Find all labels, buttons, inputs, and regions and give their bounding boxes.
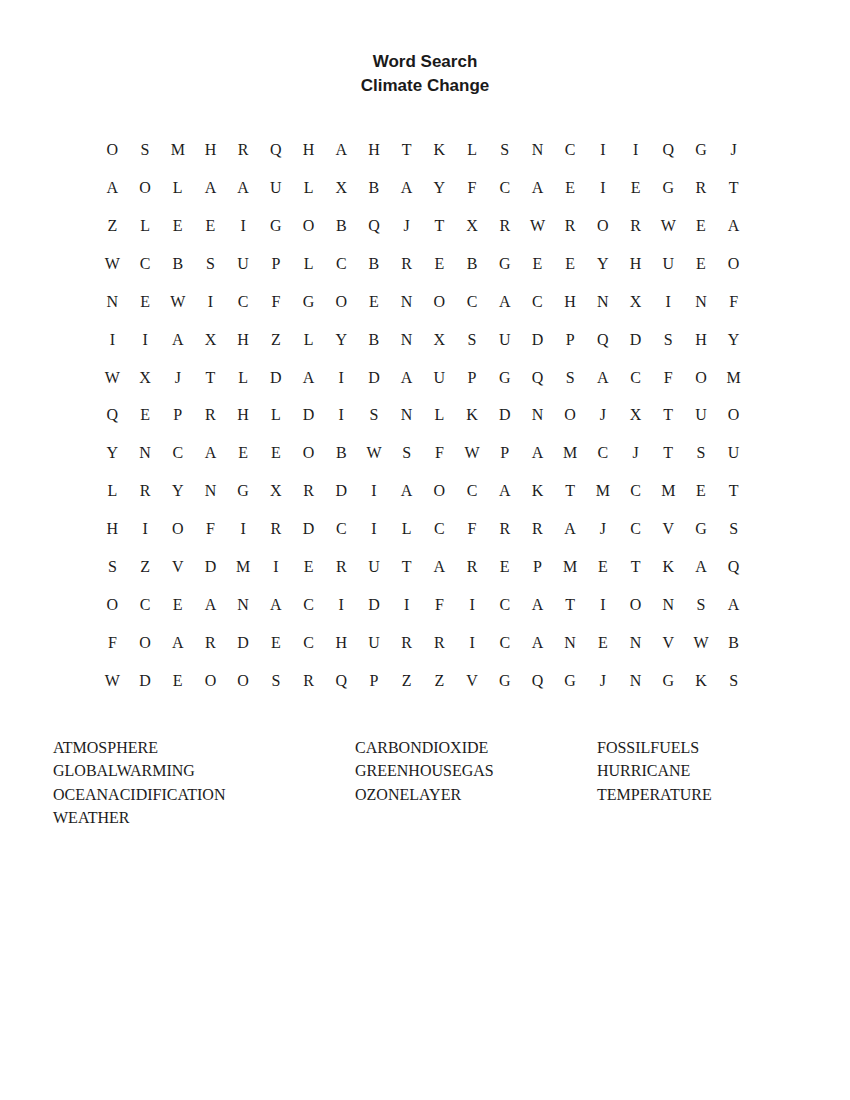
grid-cell-r10c16[interactable]: M	[587, 472, 620, 510]
grid-cell-r13c3[interactable]: E	[161, 586, 194, 624]
grid-cell-r15c8[interactable]: Q	[325, 662, 358, 700]
grid-cell-r8c18[interactable]: T	[652, 397, 685, 435]
grid-cell-r2c11[interactable]: Y	[423, 169, 456, 207]
grid-cell-r3c19[interactable]: E	[685, 207, 718, 245]
grid-cell-r2c13[interactable]: C	[488, 169, 521, 207]
grid-cell-r2c5[interactable]: A	[227, 169, 260, 207]
grid-cell-r4c17[interactable]: H	[619, 245, 652, 283]
grid-cell-r11c11[interactable]: C	[423, 510, 456, 548]
grid-cell-r13c14[interactable]: A	[521, 586, 554, 624]
grid-cell-r7c18[interactable]: F	[652, 359, 685, 397]
grid-cell-r14c6[interactable]: E	[260, 624, 293, 662]
grid-cell-r1c13[interactable]: S	[488, 131, 521, 169]
grid-cell-r15c18[interactable]: G	[652, 662, 685, 700]
grid-cell-r9c1[interactable]: Y	[96, 434, 129, 472]
grid-cell-r8c13[interactable]: D	[488, 397, 521, 435]
grid-cell-r6c13[interactable]: U	[488, 321, 521, 359]
grid-cell-r3c2[interactable]: L	[129, 207, 162, 245]
grid-cell-r5c9[interactable]: E	[358, 283, 391, 321]
grid-cell-r3c8[interactable]: B	[325, 207, 358, 245]
grid-cell-r11c3[interactable]: O	[161, 510, 194, 548]
grid-cell-r15c15[interactable]: G	[554, 662, 587, 700]
grid-cell-r4c4[interactable]: S	[194, 245, 227, 283]
grid-cell-r5c12[interactable]: C	[456, 283, 489, 321]
grid-cell-r8c3[interactable]: P	[161, 397, 194, 435]
grid-cell-r7c17[interactable]: C	[619, 359, 652, 397]
grid-cell-r5c5[interactable]: C	[227, 283, 260, 321]
grid-cell-r3c9[interactable]: Q	[358, 207, 391, 245]
grid-cell-r14c3[interactable]: A	[161, 624, 194, 662]
grid-cell-r6c10[interactable]: N	[390, 321, 423, 359]
grid-cell-r15c16[interactable]: J	[587, 662, 620, 700]
grid-cell-r9c16[interactable]: C	[587, 434, 620, 472]
grid-cell-r4c19[interactable]: E	[685, 245, 718, 283]
grid-cell-r5c6[interactable]: F	[260, 283, 293, 321]
grid-cell-r9c7[interactable]: O	[292, 434, 325, 472]
grid-cell-r3c10[interactable]: J	[390, 207, 423, 245]
grid-cell-r14c15[interactable]: N	[554, 624, 587, 662]
grid-cell-r15c14[interactable]: Q	[521, 662, 554, 700]
grid-cell-r1c6[interactable]: Q	[260, 131, 293, 169]
grid-cell-r9c11[interactable]: F	[423, 434, 456, 472]
grid-cell-r11c15[interactable]: A	[554, 510, 587, 548]
grid-cell-r3c17[interactable]: R	[619, 207, 652, 245]
grid-cell-r12c9[interactable]: U	[358, 548, 391, 586]
grid-cell-r15c7[interactable]: R	[292, 662, 325, 700]
grid-cell-r12c19[interactable]: A	[685, 548, 718, 586]
grid-cell-r3c15[interactable]: R	[554, 207, 587, 245]
grid-cell-r5c18[interactable]: I	[652, 283, 685, 321]
grid-cell-r9c20[interactable]: U	[717, 434, 750, 472]
grid-cell-r9c9[interactable]: W	[358, 434, 391, 472]
grid-cell-r1c14[interactable]: N	[521, 131, 554, 169]
grid-cell-r15c5[interactable]: O	[227, 662, 260, 700]
grid-cell-r11c17[interactable]: C	[619, 510, 652, 548]
grid-cell-r4c9[interactable]: B	[358, 245, 391, 283]
grid-cell-r5c1[interactable]: N	[96, 283, 129, 321]
grid-cell-r12c14[interactable]: P	[521, 548, 554, 586]
grid-cell-r6c4[interactable]: X	[194, 321, 227, 359]
grid-cell-r6c16[interactable]: Q	[587, 321, 620, 359]
grid-cell-r15c4[interactable]: O	[194, 662, 227, 700]
grid-cell-r8c6[interactable]: L	[260, 397, 293, 435]
grid-cell-r11c7[interactable]: D	[292, 510, 325, 548]
grid-cell-r8c10[interactable]: N	[390, 397, 423, 435]
grid-cell-r1c2[interactable]: S	[129, 131, 162, 169]
grid-cell-r6c17[interactable]: D	[619, 321, 652, 359]
grid-cell-r3c3[interactable]: E	[161, 207, 194, 245]
grid-cell-r8c4[interactable]: R	[194, 397, 227, 435]
grid-cell-r7c16[interactable]: A	[587, 359, 620, 397]
grid-cell-r7c6[interactable]: D	[260, 359, 293, 397]
grid-cell-r9c8[interactable]: B	[325, 434, 358, 472]
grid-cell-r6c20[interactable]: Y	[717, 321, 750, 359]
grid-cell-r9c2[interactable]: N	[129, 434, 162, 472]
grid-cell-r3c11[interactable]: T	[423, 207, 456, 245]
grid-cell-r6c14[interactable]: D	[521, 321, 554, 359]
grid-cell-r10c8[interactable]: D	[325, 472, 358, 510]
grid-cell-r8c16[interactable]: J	[587, 397, 620, 435]
grid-cell-r1c15[interactable]: C	[554, 131, 587, 169]
grid-cell-r11c18[interactable]: V	[652, 510, 685, 548]
grid-cell-r1c10[interactable]: T	[390, 131, 423, 169]
grid-cell-r2c10[interactable]: A	[390, 169, 423, 207]
grid-cell-r5c2[interactable]: E	[129, 283, 162, 321]
grid-cell-r11c13[interactable]: R	[488, 510, 521, 548]
grid-cell-r8c9[interactable]: S	[358, 397, 391, 435]
grid-cell-r13c15[interactable]: T	[554, 586, 587, 624]
grid-cell-r14c17[interactable]: N	[619, 624, 652, 662]
grid-cell-r5c11[interactable]: O	[423, 283, 456, 321]
grid-cell-r2c20[interactable]: T	[717, 169, 750, 207]
grid-cell-r2c19[interactable]: R	[685, 169, 718, 207]
grid-cell-r15c2[interactable]: D	[129, 662, 162, 700]
grid-cell-r14c14[interactable]: A	[521, 624, 554, 662]
grid-cell-r2c17[interactable]: E	[619, 169, 652, 207]
grid-cell-r7c5[interactable]: L	[227, 359, 260, 397]
grid-cell-r7c14[interactable]: Q	[521, 359, 554, 397]
grid-cell-r5c7[interactable]: G	[292, 283, 325, 321]
grid-cell-r9c14[interactable]: A	[521, 434, 554, 472]
grid-cell-r8c7[interactable]: D	[292, 397, 325, 435]
grid-cell-r1c11[interactable]: K	[423, 131, 456, 169]
grid-cell-r2c8[interactable]: X	[325, 169, 358, 207]
grid-cell-r15c19[interactable]: K	[685, 662, 718, 700]
grid-cell-r7c10[interactable]: A	[390, 359, 423, 397]
grid-cell-r2c2[interactable]: O	[129, 169, 162, 207]
grid-cell-r8c11[interactable]: L	[423, 397, 456, 435]
grid-cell-r8c19[interactable]: U	[685, 397, 718, 435]
grid-cell-r10c14[interactable]: K	[521, 472, 554, 510]
grid-cell-r12c6[interactable]: I	[260, 548, 293, 586]
grid-cell-r7c9[interactable]: D	[358, 359, 391, 397]
grid-cell-r4c2[interactable]: C	[129, 245, 162, 283]
grid-cell-r12c1[interactable]: S	[96, 548, 129, 586]
grid-cell-r11c10[interactable]: L	[390, 510, 423, 548]
grid-cell-r4c13[interactable]: G	[488, 245, 521, 283]
grid-cell-r15c10[interactable]: Z	[390, 662, 423, 700]
grid-cell-r1c3[interactable]: M	[161, 131, 194, 169]
grid-cell-r4c12[interactable]: B	[456, 245, 489, 283]
grid-cell-r7c2[interactable]: X	[129, 359, 162, 397]
grid-cell-r3c7[interactable]: O	[292, 207, 325, 245]
grid-cell-r6c9[interactable]: B	[358, 321, 391, 359]
grid-cell-r10c20[interactable]: T	[717, 472, 750, 510]
grid-cell-r11c1[interactable]: H	[96, 510, 129, 548]
grid-cell-r7c15[interactable]: S	[554, 359, 587, 397]
grid-cell-r10c7[interactable]: R	[292, 472, 325, 510]
grid-cell-r12c10[interactable]: T	[390, 548, 423, 586]
grid-cell-r10c18[interactable]: M	[652, 472, 685, 510]
grid-cell-r14c16[interactable]: E	[587, 624, 620, 662]
grid-cell-r2c16[interactable]: I	[587, 169, 620, 207]
grid-cell-r7c20[interactable]: M	[717, 359, 750, 397]
grid-cell-r6c11[interactable]: X	[423, 321, 456, 359]
grid-cell-r11c12[interactable]: F	[456, 510, 489, 548]
grid-cell-r9c10[interactable]: S	[390, 434, 423, 472]
grid-cell-r9c3[interactable]: C	[161, 434, 194, 472]
grid-cell-r11c9[interactable]: I	[358, 510, 391, 548]
grid-cell-r14c19[interactable]: W	[685, 624, 718, 662]
grid-cell-r12c2[interactable]: Z	[129, 548, 162, 586]
grid-cell-r2c4[interactable]: A	[194, 169, 227, 207]
grid-cell-r4c6[interactable]: P	[260, 245, 293, 283]
grid-cell-r12c12[interactable]: R	[456, 548, 489, 586]
grid-cell-r12c16[interactable]: E	[587, 548, 620, 586]
grid-cell-r1c18[interactable]: Q	[652, 131, 685, 169]
grid-cell-r13c16[interactable]: I	[587, 586, 620, 624]
grid-cell-r1c4[interactable]: H	[194, 131, 227, 169]
grid-cell-r2c15[interactable]: E	[554, 169, 587, 207]
grid-cell-r4c3[interactable]: B	[161, 245, 194, 283]
grid-cell-r14c18[interactable]: V	[652, 624, 685, 662]
grid-cell-r5c13[interactable]: A	[488, 283, 521, 321]
grid-cell-r10c5[interactable]: G	[227, 472, 260, 510]
grid-cell-r13c4[interactable]: A	[194, 586, 227, 624]
grid-cell-r5c3[interactable]: W	[161, 283, 194, 321]
grid-cell-r11c6[interactable]: R	[260, 510, 293, 548]
grid-cell-r14c5[interactable]: D	[227, 624, 260, 662]
grid-cell-r15c20[interactable]: S	[717, 662, 750, 700]
grid-cell-r15c11[interactable]: Z	[423, 662, 456, 700]
grid-cell-r15c1[interactable]: W	[96, 662, 129, 700]
grid-cell-r5c19[interactable]: N	[685, 283, 718, 321]
grid-cell-r8c17[interactable]: X	[619, 397, 652, 435]
grid-cell-r15c12[interactable]: V	[456, 662, 489, 700]
grid-cell-r4c20[interactable]: O	[717, 245, 750, 283]
grid-cell-r7c4[interactable]: T	[194, 359, 227, 397]
grid-cell-r10c4[interactable]: N	[194, 472, 227, 510]
grid-cell-r11c16[interactable]: J	[587, 510, 620, 548]
grid-cell-r7c8[interactable]: I	[325, 359, 358, 397]
grid-cell-r8c15[interactable]: O	[554, 397, 587, 435]
grid-cell-r12c8[interactable]: R	[325, 548, 358, 586]
grid-cell-r4c18[interactable]: U	[652, 245, 685, 283]
grid-cell-r12c11[interactable]: A	[423, 548, 456, 586]
grid-cell-r15c17[interactable]: N	[619, 662, 652, 700]
grid-cell-r10c15[interactable]: T	[554, 472, 587, 510]
grid-cell-r9c13[interactable]: P	[488, 434, 521, 472]
grid-cell-r13c1[interactable]: O	[96, 586, 129, 624]
grid-cell-r1c16[interactable]: I	[587, 131, 620, 169]
grid-cell-r13c8[interactable]: I	[325, 586, 358, 624]
grid-cell-r13c20[interactable]: A	[717, 586, 750, 624]
grid-cell-r6c5[interactable]: H	[227, 321, 260, 359]
grid-cell-r10c12[interactable]: C	[456, 472, 489, 510]
grid-cell-r10c2[interactable]: R	[129, 472, 162, 510]
grid-cell-r5c17[interactable]: X	[619, 283, 652, 321]
grid-cell-r2c3[interactable]: L	[161, 169, 194, 207]
grid-cell-r10c9[interactable]: I	[358, 472, 391, 510]
grid-cell-r11c2[interactable]: I	[129, 510, 162, 548]
grid-cell-r3c12[interactable]: X	[456, 207, 489, 245]
grid-cell-r15c13[interactable]: G	[488, 662, 521, 700]
grid-cell-r12c3[interactable]: V	[161, 548, 194, 586]
grid-cell-r9c17[interactable]: J	[619, 434, 652, 472]
grid-cell-r6c7[interactable]: L	[292, 321, 325, 359]
grid-cell-r14c8[interactable]: H	[325, 624, 358, 662]
grid-cell-r9c18[interactable]: T	[652, 434, 685, 472]
grid-cell-r2c9[interactable]: B	[358, 169, 391, 207]
grid-cell-r8c1[interactable]: Q	[96, 397, 129, 435]
grid-cell-r2c14[interactable]: A	[521, 169, 554, 207]
grid-cell-r5c10[interactable]: N	[390, 283, 423, 321]
grid-cell-r8c20[interactable]: O	[717, 397, 750, 435]
grid-cell-r4c15[interactable]: E	[554, 245, 587, 283]
grid-cell-r13c19[interactable]: S	[685, 586, 718, 624]
grid-cell-r7c12[interactable]: P	[456, 359, 489, 397]
grid-cell-r14c11[interactable]: R	[423, 624, 456, 662]
grid-cell-r6c8[interactable]: Y	[325, 321, 358, 359]
grid-cell-r1c7[interactable]: H	[292, 131, 325, 169]
grid-cell-r6c19[interactable]: H	[685, 321, 718, 359]
grid-cell-r1c5[interactable]: R	[227, 131, 260, 169]
grid-cell-r1c9[interactable]: H	[358, 131, 391, 169]
grid-cell-r14c10[interactable]: R	[390, 624, 423, 662]
grid-cell-r15c6[interactable]: S	[260, 662, 293, 700]
grid-cell-r14c2[interactable]: O	[129, 624, 162, 662]
grid-cell-r3c5[interactable]: I	[227, 207, 260, 245]
grid-cell-r3c18[interactable]: W	[652, 207, 685, 245]
grid-cell-r13c5[interactable]: N	[227, 586, 260, 624]
grid-cell-r14c20[interactable]: B	[717, 624, 750, 662]
grid-cell-r5c4[interactable]: I	[194, 283, 227, 321]
grid-cell-r8c8[interactable]: I	[325, 397, 358, 435]
grid-cell-r9c15[interactable]: M	[554, 434, 587, 472]
grid-cell-r4c7[interactable]: L	[292, 245, 325, 283]
grid-cell-r3c14[interactable]: W	[521, 207, 554, 245]
grid-cell-r13c9[interactable]: D	[358, 586, 391, 624]
grid-cell-r5c15[interactable]: H	[554, 283, 587, 321]
grid-cell-r4c5[interactable]: U	[227, 245, 260, 283]
grid-cell-r13c13[interactable]: C	[488, 586, 521, 624]
grid-cell-r1c8[interactable]: A	[325, 131, 358, 169]
grid-cell-r12c15[interactable]: M	[554, 548, 587, 586]
grid-cell-r12c4[interactable]: D	[194, 548, 227, 586]
grid-cell-r7c19[interactable]: O	[685, 359, 718, 397]
grid-cell-r8c14[interactable]: N	[521, 397, 554, 435]
grid-cell-r8c5[interactable]: H	[227, 397, 260, 435]
grid-cell-r3c20[interactable]: A	[717, 207, 750, 245]
grid-cell-r12c13[interactable]: E	[488, 548, 521, 586]
grid-cell-r15c9[interactable]: P	[358, 662, 391, 700]
grid-cell-r4c14[interactable]: E	[521, 245, 554, 283]
grid-cell-r4c1[interactable]: W	[96, 245, 129, 283]
grid-cell-r10c13[interactable]: A	[488, 472, 521, 510]
grid-cell-r4c8[interactable]: C	[325, 245, 358, 283]
grid-cell-r12c7[interactable]: E	[292, 548, 325, 586]
grid-cell-r8c2[interactable]: E	[129, 397, 162, 435]
grid-cell-r14c13[interactable]: C	[488, 624, 521, 662]
grid-cell-r1c19[interactable]: G	[685, 131, 718, 169]
grid-cell-r4c10[interactable]: R	[390, 245, 423, 283]
grid-cell-r6c1[interactable]: I	[96, 321, 129, 359]
grid-cell-r10c6[interactable]: X	[260, 472, 293, 510]
grid-cell-r2c1[interactable]: A	[96, 169, 129, 207]
grid-cell-r2c12[interactable]: F	[456, 169, 489, 207]
grid-cell-r9c4[interactable]: A	[194, 434, 227, 472]
grid-cell-r9c6[interactable]: E	[260, 434, 293, 472]
grid-cell-r9c12[interactable]: W	[456, 434, 489, 472]
grid-cell-r3c13[interactable]: R	[488, 207, 521, 245]
grid-cell-r10c17[interactable]: C	[619, 472, 652, 510]
grid-cell-r3c4[interactable]: E	[194, 207, 227, 245]
grid-cell-r5c16[interactable]: N	[587, 283, 620, 321]
grid-cell-r7c1[interactable]: W	[96, 359, 129, 397]
grid-cell-r12c17[interactable]: T	[619, 548, 652, 586]
grid-cell-r13c6[interactable]: A	[260, 586, 293, 624]
grid-cell-r12c5[interactable]: M	[227, 548, 260, 586]
grid-cell-r6c3[interactable]: A	[161, 321, 194, 359]
grid-cell-r10c19[interactable]: E	[685, 472, 718, 510]
grid-cell-r1c20[interactable]: J	[717, 131, 750, 169]
grid-cell-r12c20[interactable]: Q	[717, 548, 750, 586]
grid-cell-r13c18[interactable]: N	[652, 586, 685, 624]
grid-cell-r11c19[interactable]: G	[685, 510, 718, 548]
grid-cell-r14c12[interactable]: I	[456, 624, 489, 662]
grid-cell-r14c4[interactable]: R	[194, 624, 227, 662]
grid-cell-r4c16[interactable]: Y	[587, 245, 620, 283]
grid-cell-r1c1[interactable]: O	[96, 131, 129, 169]
grid-cell-r8c12[interactable]: K	[456, 397, 489, 435]
grid-cell-r2c18[interactable]: G	[652, 169, 685, 207]
grid-cell-r5c14[interactable]: C	[521, 283, 554, 321]
grid-cell-r5c20[interactable]: F	[717, 283, 750, 321]
grid-cell-r11c4[interactable]: F	[194, 510, 227, 548]
grid-cell-r6c12[interactable]: S	[456, 321, 489, 359]
grid-cell-r4c11[interactable]: E	[423, 245, 456, 283]
grid-cell-r13c10[interactable]: I	[390, 586, 423, 624]
grid-cell-r11c8[interactable]: C	[325, 510, 358, 548]
grid-cell-r10c3[interactable]: Y	[161, 472, 194, 510]
grid-cell-r11c20[interactable]: S	[717, 510, 750, 548]
grid-cell-r3c1[interactable]: Z	[96, 207, 129, 245]
grid-cell-r10c1[interactable]: L	[96, 472, 129, 510]
grid-cell-r6c6[interactable]: Z	[260, 321, 293, 359]
grid-cell-r11c14[interactable]: R	[521, 510, 554, 548]
grid-cell-r14c1[interactable]: F	[96, 624, 129, 662]
grid-cell-r13c17[interactable]: O	[619, 586, 652, 624]
grid-cell-r3c6[interactable]: G	[260, 207, 293, 245]
grid-cell-r11c5[interactable]: I	[227, 510, 260, 548]
grid-cell-r15c3[interactable]: E	[161, 662, 194, 700]
grid-cell-r14c7[interactable]: C	[292, 624, 325, 662]
grid-cell-r5c8[interactable]: O	[325, 283, 358, 321]
grid-cell-r2c7[interactable]: L	[292, 169, 325, 207]
grid-cell-r10c11[interactable]: O	[423, 472, 456, 510]
grid-cell-r1c12[interactable]: L	[456, 131, 489, 169]
grid-cell-r6c2[interactable]: I	[129, 321, 162, 359]
grid-cell-r2c6[interactable]: U	[260, 169, 293, 207]
grid-cell-r9c19[interactable]: S	[685, 434, 718, 472]
grid-cell-r9c5[interactable]: E	[227, 434, 260, 472]
grid-cell-r7c3[interactable]: J	[161, 359, 194, 397]
grid-cell-r13c2[interactable]: C	[129, 586, 162, 624]
grid-cell-r13c7[interactable]: C	[292, 586, 325, 624]
grid-cell-r7c13[interactable]: G	[488, 359, 521, 397]
grid-cell-r3c16[interactable]: O	[587, 207, 620, 245]
grid-cell-r7c11[interactable]: U	[423, 359, 456, 397]
grid-cell-r14c9[interactable]: U	[358, 624, 391, 662]
grid-cell-r12c18[interactable]: K	[652, 548, 685, 586]
grid-cell-r13c11[interactable]: F	[423, 586, 456, 624]
grid-cell-r6c15[interactable]: P	[554, 321, 587, 359]
grid-cell-r6c18[interactable]: S	[652, 321, 685, 359]
grid-cell-r13c12[interactable]: I	[456, 586, 489, 624]
grid-cell-r1c17[interactable]: I	[619, 131, 652, 169]
grid-cell-r7c7[interactable]: A	[292, 359, 325, 397]
grid-cell-r10c10[interactable]: A	[390, 472, 423, 510]
